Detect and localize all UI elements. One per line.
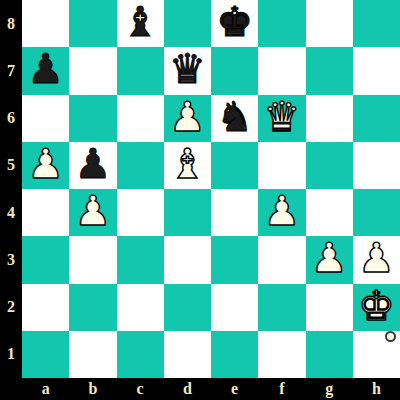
square-h3[interactable]: ♟ (353, 236, 400, 283)
white-pawn-h3: ♟ (358, 238, 395, 279)
chess-diagram: 87654321 ♝♚♟♛♟♞♛♟♟♝♟♟♟♟♚ abcdefgh (0, 0, 400, 400)
white-pawn-f4: ♟ (263, 191, 300, 232)
square-f5[interactable] (258, 142, 305, 189)
square-e3[interactable] (211, 236, 258, 283)
square-e4[interactable] (211, 189, 258, 236)
square-g5[interactable] (306, 142, 353, 189)
square-f2[interactable] (258, 284, 305, 331)
square-d3[interactable] (164, 236, 211, 283)
square-h6[interactable] (353, 95, 400, 142)
square-a4[interactable] (22, 189, 69, 236)
file-label-c: c (117, 378, 164, 400)
square-a5[interactable]: ♟ (22, 142, 69, 189)
file-label-e: e (211, 378, 258, 400)
square-g1[interactable] (306, 331, 353, 378)
square-a8[interactable] (22, 0, 69, 47)
square-a1[interactable] (22, 331, 69, 378)
square-c6[interactable] (117, 95, 164, 142)
square-h4[interactable] (353, 189, 400, 236)
square-f8[interactable] (258, 0, 305, 47)
black-bishop-c8: ♝ (122, 2, 159, 43)
white-pawn-b4: ♟ (74, 191, 111, 232)
square-e2[interactable] (211, 284, 258, 331)
square-d6[interactable]: ♟ (164, 95, 211, 142)
square-g8[interactable] (306, 0, 353, 47)
file-label-g: g (306, 378, 353, 400)
square-g4[interactable] (306, 189, 353, 236)
square-b3[interactable] (69, 236, 116, 283)
square-f6[interactable]: ♛ (258, 95, 305, 142)
square-c4[interactable] (117, 189, 164, 236)
white-pawn-a5: ♟ (27, 144, 64, 185)
square-f7[interactable] (258, 47, 305, 94)
square-a2[interactable] (22, 284, 69, 331)
square-d8[interactable] (164, 0, 211, 47)
square-g6[interactable] (306, 95, 353, 142)
square-h8[interactable] (353, 0, 400, 47)
square-b4[interactable]: ♟ (69, 189, 116, 236)
rank-label-7: 7 (0, 47, 22, 94)
square-b8[interactable] (69, 0, 116, 47)
black-pawn-b5: ♟ (74, 144, 111, 185)
black-knight-e6: ♞ (216, 97, 253, 138)
square-f1[interactable] (258, 331, 305, 378)
square-d7[interactable]: ♛ (164, 47, 211, 94)
file-labels: abcdefgh (22, 378, 400, 400)
square-c1[interactable] (117, 331, 164, 378)
file-label-a: a (22, 378, 69, 400)
square-d5[interactable]: ♝ (164, 142, 211, 189)
file-label-d: d (164, 378, 211, 400)
square-h7[interactable] (353, 47, 400, 94)
square-b7[interactable] (69, 47, 116, 94)
rank-label-3: 3 (0, 236, 22, 283)
square-e6[interactable]: ♞ (211, 95, 258, 142)
square-d1[interactable] (164, 331, 211, 378)
square-e5[interactable] (211, 142, 258, 189)
square-d2[interactable] (164, 284, 211, 331)
square-a6[interactable] (22, 95, 69, 142)
white-to-move-indicator (385, 331, 396, 342)
square-g7[interactable] (306, 47, 353, 94)
square-b6[interactable] (69, 95, 116, 142)
square-f3[interactable] (258, 236, 305, 283)
chess-board: ♝♚♟♛♟♞♛♟♟♝♟♟♟♟♚ (22, 0, 400, 378)
square-h5[interactable] (353, 142, 400, 189)
square-a7[interactable]: ♟ (22, 47, 69, 94)
rank-label-5: 5 (0, 142, 22, 189)
square-a3[interactable] (22, 236, 69, 283)
square-e1[interactable] (211, 331, 258, 378)
square-h2[interactable]: ♚ (353, 284, 400, 331)
square-c7[interactable] (117, 47, 164, 94)
rank-label-4: 4 (0, 189, 22, 236)
black-queen-d7: ♛ (169, 49, 206, 90)
black-pawn-a7: ♟ (27, 49, 64, 90)
square-c5[interactable] (117, 142, 164, 189)
square-e7[interactable] (211, 47, 258, 94)
rank-label-8: 8 (0, 0, 22, 47)
black-king-e8: ♚ (216, 2, 253, 43)
white-pawn-d6: ♟ (169, 97, 206, 138)
white-king-h2: ♚ (358, 286, 395, 327)
rank-label-1: 1 (0, 331, 22, 378)
file-label-f: f (258, 378, 305, 400)
square-b2[interactable] (69, 284, 116, 331)
white-bishop-d5: ♝ (169, 144, 206, 185)
square-b5[interactable]: ♟ (69, 142, 116, 189)
white-pawn-g3: ♟ (311, 238, 348, 279)
square-c8[interactable]: ♝ (117, 0, 164, 47)
square-b1[interactable] (69, 331, 116, 378)
square-c3[interactable] (117, 236, 164, 283)
square-g2[interactable] (306, 284, 353, 331)
rank-label-2: 2 (0, 284, 22, 331)
square-d4[interactable] (164, 189, 211, 236)
white-queen-f6: ♛ (263, 97, 300, 138)
square-c2[interactable] (117, 284, 164, 331)
file-label-b: b (69, 378, 116, 400)
square-g3[interactable]: ♟ (306, 236, 353, 283)
square-e8[interactable]: ♚ (211, 0, 258, 47)
square-f4[interactable]: ♟ (258, 189, 305, 236)
file-label-h: h (353, 378, 400, 400)
rank-label-6: 6 (0, 95, 22, 142)
rank-labels: 87654321 (0, 0, 22, 378)
